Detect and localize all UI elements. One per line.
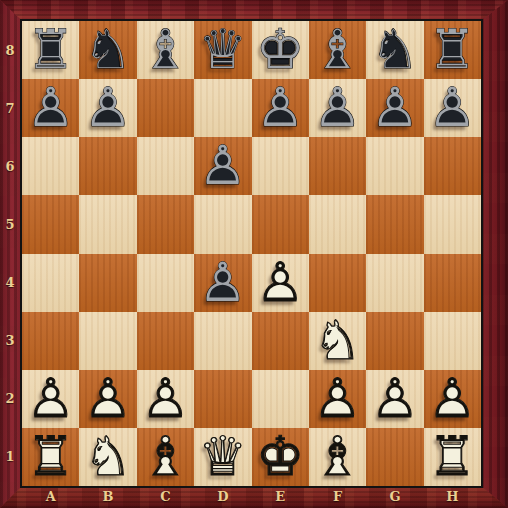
square-a6[interactable] xyxy=(22,137,79,195)
piece-black-pawn[interactable]: ♟♙ xyxy=(424,79,481,137)
file-label-b: B xyxy=(79,486,136,507)
square-b4[interactable] xyxy=(79,254,136,312)
square-d7[interactable] xyxy=(194,79,251,137)
piece-white-knight[interactable]: ♞♘ xyxy=(309,312,366,370)
white-rook-outline-icon: ♖ xyxy=(26,430,74,484)
rank-label-1: 1 xyxy=(0,428,20,486)
piece-white-queen[interactable]: ♛♕ xyxy=(194,428,251,486)
black-rook-outline-icon: ♖ xyxy=(26,23,74,77)
piece-black-pawn[interactable]: ♟♙ xyxy=(252,79,309,137)
piece-white-knight[interactable]: ♞♘ xyxy=(79,428,136,486)
white-pawn-outline-icon: ♙ xyxy=(141,372,189,426)
black-bishop-outline-icon: ♗ xyxy=(313,23,361,77)
square-g8[interactable]: ♞♘ xyxy=(366,21,423,79)
square-h8[interactable]: ♜♖ xyxy=(424,21,481,79)
rank-label-8: 8 xyxy=(0,21,20,79)
black-pawn-outline-icon: ♙ xyxy=(371,81,419,135)
black-pawn-outline-icon: ♙ xyxy=(199,139,247,193)
square-h2[interactable]: ♟♙ xyxy=(424,370,481,428)
black-queen-outline-icon: ♕ xyxy=(199,23,247,77)
chess-board: ♜♖♞♘♝♗♛♕♚♔♝♗♞♘♜♖♟♙♟♙♟♙♟♙♟♙♟♙♟♙♟♙♟♙♞♘♟♙♟♙… xyxy=(20,19,483,488)
square-c2[interactable]: ♟♙ xyxy=(137,370,194,428)
white-rook-outline-icon: ♖ xyxy=(428,430,476,484)
square-e7[interactable]: ♟♙ xyxy=(252,79,309,137)
square-b7[interactable]: ♟♙ xyxy=(79,79,136,137)
square-e8[interactable]: ♚♔ xyxy=(252,21,309,79)
square-h4[interactable] xyxy=(424,254,481,312)
piece-black-pawn[interactable]: ♟♙ xyxy=(366,79,423,137)
square-c5[interactable] xyxy=(137,195,194,253)
piece-white-rook[interactable]: ♜♖ xyxy=(424,428,481,486)
square-h1[interactable]: ♜♖ xyxy=(424,428,481,486)
rank-label-5: 5 xyxy=(0,195,20,253)
square-a2[interactable]: ♟♙ xyxy=(22,370,79,428)
file-label-c: C xyxy=(137,486,194,507)
black-knight-outline-icon: ♘ xyxy=(84,23,132,77)
square-d2[interactable] xyxy=(194,370,251,428)
white-pawn-outline-icon: ♙ xyxy=(26,372,74,426)
piece-black-queen[interactable]: ♛♕ xyxy=(194,21,251,79)
square-g4[interactable] xyxy=(366,254,423,312)
chessboard-widget: ♜♖♞♘♝♗♛♕♚♔♝♗♞♘♜♖♟♙♟♙♟♙♟♙♟♙♟♙♟♙♟♙♟♙♞♘♟♙♟♙… xyxy=(0,0,508,508)
file-label-a: A xyxy=(22,486,79,507)
square-b8[interactable]: ♞♘ xyxy=(79,21,136,79)
square-f8[interactable]: ♝♗ xyxy=(309,21,366,79)
file-label-d: D xyxy=(194,486,251,507)
black-pawn-outline-icon: ♙ xyxy=(26,81,74,135)
square-a8[interactable]: ♜♖ xyxy=(22,21,79,79)
square-g1[interactable] xyxy=(366,428,423,486)
piece-white-king[interactable]: ♚♔ xyxy=(252,428,309,486)
black-rook-outline-icon: ♖ xyxy=(428,23,476,77)
rank-label-7: 7 xyxy=(0,79,20,137)
rank-label-4: 4 xyxy=(0,254,20,312)
piece-white-pawn[interactable]: ♟♙ xyxy=(366,370,423,428)
square-f7[interactable]: ♟♙ xyxy=(309,79,366,137)
square-a7[interactable]: ♟♙ xyxy=(22,79,79,137)
file-label-h: H xyxy=(424,486,481,507)
white-king-outline-icon: ♔ xyxy=(256,430,304,484)
square-e2[interactable] xyxy=(252,370,309,428)
square-c7[interactable] xyxy=(137,79,194,137)
piece-black-pawn[interactable]: ♟♙ xyxy=(194,254,251,312)
rank-label-6: 6 xyxy=(0,137,20,195)
rank-label-3: 3 xyxy=(0,312,20,370)
square-g5[interactable] xyxy=(366,195,423,253)
square-c3[interactable] xyxy=(137,312,194,370)
square-b3[interactable] xyxy=(79,312,136,370)
black-pawn-outline-icon: ♙ xyxy=(313,81,361,135)
piece-black-pawn[interactable]: ♟♙ xyxy=(309,79,366,137)
file-labels: ABCDEFGH xyxy=(22,486,481,507)
square-d1[interactable]: ♛♕ xyxy=(194,428,251,486)
piece-white-pawn[interactable]: ♟♙ xyxy=(137,370,194,428)
square-a3[interactable] xyxy=(22,312,79,370)
square-a4[interactable] xyxy=(22,254,79,312)
white-bishop-outline-icon: ♗ xyxy=(313,430,361,484)
square-e3[interactable] xyxy=(252,312,309,370)
piece-white-pawn[interactable]: ♟♙ xyxy=(424,370,481,428)
square-a5[interactable] xyxy=(22,195,79,253)
square-f5[interactable] xyxy=(309,195,366,253)
square-e1[interactable]: ♚♔ xyxy=(252,428,309,486)
white-pawn-outline-icon: ♙ xyxy=(428,372,476,426)
square-g3[interactable] xyxy=(366,312,423,370)
white-bishop-outline-icon: ♗ xyxy=(141,430,189,484)
square-h6[interactable] xyxy=(424,137,481,195)
square-c1[interactable]: ♝♗ xyxy=(137,428,194,486)
square-d6[interactable]: ♟♙ xyxy=(194,137,251,195)
white-knight-outline-icon: ♘ xyxy=(84,430,132,484)
piece-black-king[interactable]: ♚♔ xyxy=(252,21,309,79)
square-b1[interactable]: ♞♘ xyxy=(79,428,136,486)
file-label-e: E xyxy=(252,486,309,507)
frame-right xyxy=(481,0,508,508)
file-label-g: G xyxy=(366,486,423,507)
piece-black-rook[interactable]: ♜♖ xyxy=(22,21,79,79)
piece-black-knight[interactable]: ♞♘ xyxy=(79,21,136,79)
square-b2[interactable]: ♟♙ xyxy=(79,370,136,428)
square-h3[interactable] xyxy=(424,312,481,370)
white-pawn-outline-icon: ♙ xyxy=(256,256,304,310)
white-knight-outline-icon: ♘ xyxy=(313,314,361,368)
square-h5[interactable] xyxy=(424,195,481,253)
square-d8[interactable]: ♛♕ xyxy=(194,21,251,79)
piece-white-pawn[interactable]: ♟♙ xyxy=(309,370,366,428)
piece-white-bishop[interactable]: ♝♗ xyxy=(309,428,366,486)
square-g7[interactable]: ♟♙ xyxy=(366,79,423,137)
square-d5[interactable] xyxy=(194,195,251,253)
square-f2[interactable]: ♟♙ xyxy=(309,370,366,428)
black-king-outline-icon: ♔ xyxy=(256,23,304,77)
square-e6[interactable] xyxy=(252,137,309,195)
square-f1[interactable]: ♝♗ xyxy=(309,428,366,486)
piece-black-bishop[interactable]: ♝♗ xyxy=(137,21,194,79)
black-pawn-outline-icon: ♙ xyxy=(428,81,476,135)
rank-labels: 87654321 xyxy=(0,21,20,486)
square-d3[interactable] xyxy=(194,312,251,370)
piece-white-bishop[interactable]: ♝♗ xyxy=(137,428,194,486)
piece-black-bishop[interactable]: ♝♗ xyxy=(309,21,366,79)
square-b6[interactable] xyxy=(79,137,136,195)
square-c4[interactable] xyxy=(137,254,194,312)
file-label-f: F xyxy=(309,486,366,507)
square-f6[interactable] xyxy=(309,137,366,195)
white-pawn-outline-icon: ♙ xyxy=(371,372,419,426)
white-pawn-outline-icon: ♙ xyxy=(313,372,361,426)
piece-black-rook[interactable]: ♜♖ xyxy=(424,21,481,79)
square-f3[interactable]: ♞♘ xyxy=(309,312,366,370)
white-queen-outline-icon: ♕ xyxy=(199,430,247,484)
square-e4[interactable]: ♟♙ xyxy=(252,254,309,312)
black-bishop-outline-icon: ♗ xyxy=(141,23,189,77)
square-b5[interactable] xyxy=(79,195,136,253)
piece-white-rook[interactable]: ♜♖ xyxy=(22,428,79,486)
square-g2[interactable]: ♟♙ xyxy=(366,370,423,428)
rank-label-2: 2 xyxy=(0,370,20,428)
black-pawn-outline-icon: ♙ xyxy=(256,81,304,135)
square-d4[interactable]: ♟♙ xyxy=(194,254,251,312)
piece-white-pawn[interactable]: ♟♙ xyxy=(22,370,79,428)
black-pawn-outline-icon: ♙ xyxy=(84,81,132,135)
piece-black-pawn[interactable]: ♟♙ xyxy=(79,79,136,137)
square-e5[interactable] xyxy=(252,195,309,253)
piece-black-pawn[interactable]: ♟♙ xyxy=(194,137,251,195)
square-h7[interactable]: ♟♙ xyxy=(424,79,481,137)
black-pawn-outline-icon: ♙ xyxy=(199,256,247,310)
black-knight-outline-icon: ♘ xyxy=(371,23,419,77)
piece-white-pawn[interactable]: ♟♙ xyxy=(79,370,136,428)
piece-black-pawn[interactable]: ♟♙ xyxy=(22,79,79,137)
square-f4[interactable] xyxy=(309,254,366,312)
piece-black-knight[interactable]: ♞♘ xyxy=(366,21,423,79)
piece-white-pawn[interactable]: ♟♙ xyxy=(252,254,309,312)
square-a1[interactable]: ♜♖ xyxy=(22,428,79,486)
square-c6[interactable] xyxy=(137,137,194,195)
white-pawn-outline-icon: ♙ xyxy=(84,372,132,426)
square-g6[interactable] xyxy=(366,137,423,195)
square-c8[interactable]: ♝♗ xyxy=(137,21,194,79)
